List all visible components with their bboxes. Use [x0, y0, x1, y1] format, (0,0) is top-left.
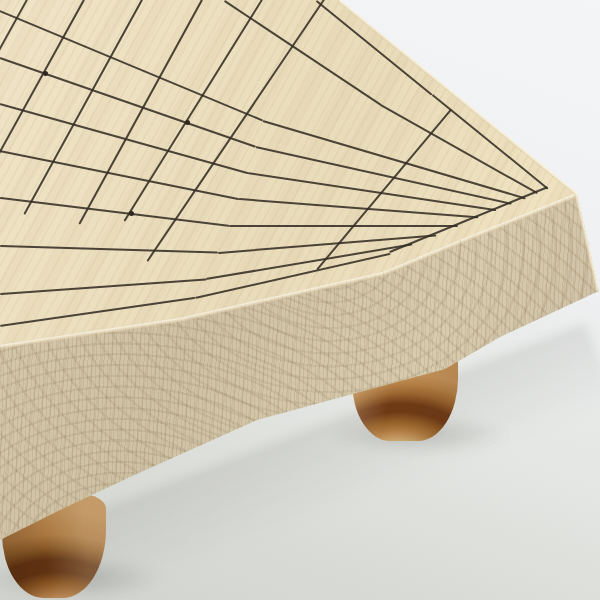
grid-rank-line	[262, 120, 525, 199]
grid-rank-line	[0, 278, 206, 295]
grid-rank-line	[0, 245, 218, 253]
grid-rank-line	[229, 225, 458, 227]
grid-file-line	[23, 0, 143, 215]
grid-file-line	[316, 109, 452, 270]
grid-rank-line	[0, 197, 229, 227]
star-point	[129, 211, 134, 216]
star-point	[185, 120, 190, 125]
star-point	[43, 71, 48, 76]
scene	[0, 0, 600, 600]
